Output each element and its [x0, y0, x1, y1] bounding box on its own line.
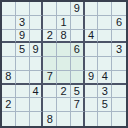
- cell-r8c3-empty[interactable]: [30, 98, 44, 112]
- cell-r2c6-empty[interactable]: [71, 16, 85, 30]
- cell-r5c5-empty[interactable]: [57, 57, 71, 71]
- cell-r8c5-empty[interactable]: [57, 98, 71, 112]
- cell-r6c6-empty[interactable]: [71, 71, 85, 85]
- cell-r1c3-empty[interactable]: [30, 2, 44, 16]
- cell-r5c1-empty[interactable]: [2, 57, 16, 71]
- cell-r5c7-empty[interactable]: [85, 57, 99, 71]
- cell-r7c5-given-2[interactable]: 2: [57, 85, 71, 99]
- cell-r2c5-given-1[interactable]: 1: [57, 16, 71, 30]
- cell-r9c8-empty[interactable]: [98, 112, 112, 126]
- cell-r4c3-given-9[interactable]: 9: [30, 43, 44, 57]
- cell-r1c2-empty[interactable]: [16, 2, 30, 16]
- cell-r9c2-empty[interactable]: [16, 112, 30, 126]
- cell-r9c4-given-8[interactable]: 8: [43, 112, 57, 126]
- cell-r6c8-given-4[interactable]: 4: [98, 71, 112, 85]
- cell-r2c3-empty[interactable]: [30, 16, 44, 30]
- cell-r6c5-empty[interactable]: [57, 71, 71, 85]
- cell-r9c7-empty[interactable]: [85, 112, 99, 126]
- cell-r3c8-empty[interactable]: [98, 30, 112, 44]
- cell-r9c9-empty[interactable]: [112, 112, 126, 126]
- cell-r1c7-empty[interactable]: [85, 2, 99, 16]
- cell-r8c8-given-5[interactable]: 5: [98, 98, 112, 112]
- cell-r3c7-given-4[interactable]: 4: [85, 30, 99, 44]
- cell-r4c2-given-5[interactable]: 5: [16, 43, 30, 57]
- cell-r1c5-empty[interactable]: [57, 2, 71, 16]
- cell-r9c6-empty[interactable]: [71, 112, 85, 126]
- cell-r9c1-empty[interactable]: [2, 112, 16, 126]
- cell-r9c3-empty[interactable]: [30, 112, 44, 126]
- cell-r5c3-empty[interactable]: [30, 57, 44, 71]
- cell-r7c3-given-4[interactable]: 4: [30, 85, 44, 99]
- cell-r4c6-given-6[interactable]: 6: [71, 43, 85, 57]
- cell-r4c9-given-3[interactable]: 3: [112, 43, 126, 57]
- cell-r6c2-empty[interactable]: [16, 71, 30, 85]
- cell-r8c9-empty[interactable]: [112, 98, 126, 112]
- cell-r7c9-empty[interactable]: [112, 85, 126, 99]
- cell-r8c2-empty[interactable]: [16, 98, 30, 112]
- cell-r2c2-given-3[interactable]: 3: [16, 16, 30, 30]
- cell-r5c2-empty[interactable]: [16, 57, 30, 71]
- cell-r6c4-given-7[interactable]: 7: [43, 71, 57, 85]
- cell-r4c1-empty[interactable]: [2, 43, 16, 57]
- cell-r9c5-empty[interactable]: [57, 112, 71, 126]
- cell-r4c8-empty[interactable]: [98, 43, 112, 57]
- cell-r7c8-given-3[interactable]: 3: [98, 85, 112, 99]
- cell-r6c3-empty[interactable]: [30, 71, 44, 85]
- cell-r5c9-empty[interactable]: [112, 57, 126, 71]
- cell-r1c6-given-9[interactable]: 9: [71, 2, 85, 16]
- cell-r3c6-empty[interactable]: [71, 30, 85, 44]
- cell-r8c6-given-7[interactable]: 7: [71, 98, 85, 112]
- cell-r3c2-given-9[interactable]: 9: [16, 30, 30, 44]
- cell-r2c4-empty[interactable]: [43, 16, 57, 30]
- cell-r4c5-empty[interactable]: [57, 43, 71, 57]
- cell-r6c1-given-8[interactable]: 8: [2, 71, 16, 85]
- cell-r1c4-empty[interactable]: [43, 2, 57, 16]
- cell-r2c1-empty[interactable]: [2, 16, 16, 30]
- cell-r3c1-empty[interactable]: [2, 30, 16, 44]
- cell-r2c9-given-6[interactable]: 6: [112, 16, 126, 30]
- cell-r8c7-empty[interactable]: [85, 98, 99, 112]
- cell-r5c8-empty[interactable]: [98, 57, 112, 71]
- cell-r3c5-given-8[interactable]: 8: [57, 30, 71, 44]
- cell-r3c9-empty[interactable]: [112, 30, 126, 44]
- cell-r7c1-empty[interactable]: [2, 85, 16, 99]
- cell-r8c4-empty[interactable]: [43, 98, 57, 112]
- cell-r7c4-empty[interactable]: [43, 85, 57, 99]
- cell-r2c7-empty[interactable]: [85, 16, 99, 30]
- cell-r7c7-empty[interactable]: [85, 85, 99, 99]
- cell-r2c8-empty[interactable]: [98, 16, 112, 30]
- cell-r8c1-given-2[interactable]: 2: [2, 98, 16, 112]
- cell-r5c6-empty[interactable]: [71, 57, 85, 71]
- cell-r7c6-given-5[interactable]: 5: [71, 85, 85, 99]
- cell-r6c9-empty[interactable]: [112, 71, 126, 85]
- cell-r1c9-empty[interactable]: [112, 2, 126, 16]
- cell-r6c7-given-9[interactable]: 9: [85, 71, 99, 85]
- cell-r1c1-empty[interactable]: [2, 2, 16, 16]
- cell-r4c7-empty[interactable]: [85, 43, 99, 57]
- cell-r3c4-given-2[interactable]: 2: [43, 30, 57, 44]
- cell-r3c3-empty[interactable]: [30, 30, 44, 44]
- cell-r1c8-empty[interactable]: [98, 2, 112, 16]
- sudoku-board: 931692845963879442532758: [0, 0, 128, 128]
- cell-r4c4-empty[interactable]: [43, 43, 57, 57]
- cell-r7c2-empty[interactable]: [16, 85, 30, 99]
- cell-r5c4-empty[interactable]: [43, 57, 57, 71]
